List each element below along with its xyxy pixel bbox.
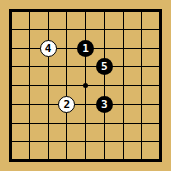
- go-diagram: 12345: [0, 0, 171, 171]
- black-stone-1: 1: [77, 40, 94, 57]
- grid-vertical-line: [123, 11, 124, 161]
- grid-horizontal-line: [11, 104, 161, 105]
- grid-vertical-line: [104, 11, 105, 161]
- black-stone-5: 5: [96, 58, 113, 75]
- grid-horizontal-line: [11, 123, 161, 124]
- go-board[interactable]: 12345: [9, 9, 162, 162]
- white-stone-2: 2: [58, 96, 75, 113]
- white-stone-4: 4: [40, 40, 57, 57]
- grid-horizontal-line: [11, 141, 161, 142]
- grid-horizontal-line: [11, 160, 161, 161]
- go-board-grid: 12345: [11, 11, 161, 161]
- grid-vertical-line: [141, 11, 142, 161]
- grid-vertical-line: [160, 11, 161, 161]
- black-stone-3: 3: [96, 96, 113, 113]
- star-point: [83, 83, 88, 88]
